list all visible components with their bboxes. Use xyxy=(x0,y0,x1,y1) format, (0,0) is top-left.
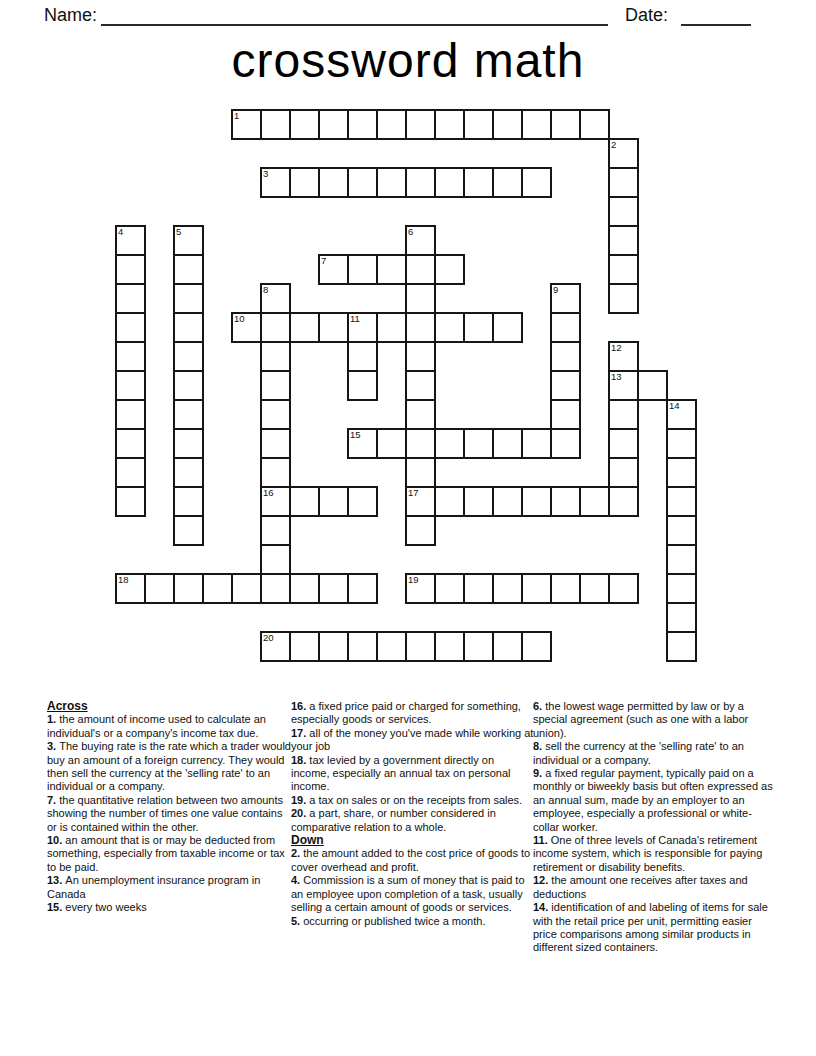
grid-cell-r16c1[interactable] xyxy=(144,573,175,604)
grid-cell-r9c5[interactable] xyxy=(260,370,291,401)
grid-cell-r0c14[interactable] xyxy=(521,109,552,140)
grid-cell-r5c17[interactable] xyxy=(608,254,639,285)
grid-cell-r12c19[interactable] xyxy=(666,457,697,488)
date-input-line xyxy=(681,24,751,26)
grid-cell-r16c14[interactable] xyxy=(521,573,552,604)
grid-cell-r3c17[interactable] xyxy=(608,196,639,227)
grid-cell-r9c2[interactable] xyxy=(173,370,204,401)
grid-cell-r7c15[interactable] xyxy=(550,312,581,343)
grid-cell-r4c17[interactable] xyxy=(608,225,639,256)
grid-cell-r10c5[interactable] xyxy=(260,399,291,430)
across-clue-1: 1. the amount of income used to calculat… xyxy=(47,713,291,740)
grid-cell-r16c4[interactable] xyxy=(231,573,262,604)
grid-cell-r13c13[interactable] xyxy=(492,486,523,517)
grid-cell-r13c14[interactable] xyxy=(521,486,552,517)
down-clue-6: 6. the lowest wage permitted by law or b… xyxy=(533,700,777,740)
grid-cell-r9c0[interactable] xyxy=(115,370,146,401)
grid-cell-r0c13[interactable] xyxy=(492,109,523,140)
grid-cell-r2c7[interactable] xyxy=(318,167,349,198)
grid-cell-r11c11[interactable] xyxy=(434,428,465,459)
grid-cell-r7c12[interactable] xyxy=(463,312,494,343)
grid-cell-r14c19[interactable] xyxy=(666,515,697,546)
grid-cell-r9c17[interactable] xyxy=(608,370,639,401)
grid-cell-r16c16[interactable] xyxy=(579,573,610,604)
grid-cell-r16c0[interactable] xyxy=(115,573,146,604)
grid-cell-r18c12[interactable] xyxy=(463,631,494,662)
across-clue-16: 16. a fixed price paid or charged for so… xyxy=(291,700,535,727)
grid-cell-r13c7[interactable] xyxy=(318,486,349,517)
grid-cell-r0c8[interactable] xyxy=(347,109,378,140)
down-clue-5: 5. occurring or published twice a month. xyxy=(291,915,535,928)
grid-cell-r10c10[interactable] xyxy=(405,399,436,430)
grid-cell-r11c0[interactable] xyxy=(115,428,146,459)
down-clue-4: 4. Commission is a sum of money that is … xyxy=(291,874,535,914)
grid-cell-r4c2[interactable] xyxy=(173,225,204,256)
grid-cell-r8c0[interactable] xyxy=(115,341,146,372)
grid-cell-r7c9[interactable] xyxy=(376,312,407,343)
grid-cell-r13c8[interactable] xyxy=(347,486,378,517)
across-clue-10: 10. an amount that is or may be deducted… xyxy=(47,834,291,874)
grid-cell-r11c9[interactable] xyxy=(376,428,407,459)
grid-cell-r7c13[interactable] xyxy=(492,312,523,343)
down-clue-9: 9. a fixed regular payment, typically pa… xyxy=(533,767,777,834)
grid-cell-r5c0[interactable] xyxy=(115,254,146,285)
grid-cell-r13c6[interactable] xyxy=(289,486,320,517)
grid-cell-r2c5[interactable] xyxy=(260,167,291,198)
grid-cell-r4c0[interactable] xyxy=(115,225,146,256)
grid-cell-r18c10[interactable] xyxy=(405,631,436,662)
grid-cell-r16c5[interactable] xyxy=(260,573,291,604)
name-input-line xyxy=(101,24,608,26)
grid-cell-r5c11[interactable] xyxy=(434,254,465,285)
grid-cell-r15c19[interactable] xyxy=(666,544,697,575)
grid-cell-r16c17[interactable] xyxy=(608,573,639,604)
grid-cell-r10c2[interactable] xyxy=(173,399,204,430)
across-clue-17: 17. all of the money you've made while w… xyxy=(291,727,535,754)
grid-cell-r14c2[interactable] xyxy=(173,515,204,546)
grid-cell-r7c8[interactable] xyxy=(347,312,378,343)
grid-cell-r5c2[interactable] xyxy=(173,254,204,285)
grid-cell-r9c18[interactable] xyxy=(637,370,668,401)
grid-cell-r16c3[interactable] xyxy=(202,573,233,604)
grid-cell-r8c5[interactable] xyxy=(260,341,291,372)
grid-cell-r12c17[interactable] xyxy=(608,457,639,488)
grid-cell-r0c4[interactable] xyxy=(231,109,262,140)
grid-cell-r16c10[interactable] xyxy=(405,573,436,604)
grid-cell-r6c5[interactable] xyxy=(260,283,291,314)
grid-cell-r7c10[interactable] xyxy=(405,312,436,343)
grid-cell-r16c19[interactable] xyxy=(666,573,697,604)
grid-cell-r12c0[interactable] xyxy=(115,457,146,488)
grid-cell-r7c6[interactable] xyxy=(289,312,320,343)
grid-cell-r8c15[interactable] xyxy=(550,341,581,372)
grid-cell-r7c2[interactable] xyxy=(173,312,204,343)
grid-cell-r0c15[interactable] xyxy=(550,109,581,140)
grid-cell-r2c11[interactable] xyxy=(434,167,465,198)
clue-column-3: 6. the lowest wage permitted by law or b… xyxy=(533,700,777,955)
across-heading: Across xyxy=(47,700,291,713)
grid-cell-r6c0[interactable] xyxy=(115,283,146,314)
grid-cell-r18c11[interactable] xyxy=(434,631,465,662)
grid-cell-r0c11[interactable] xyxy=(434,109,465,140)
grid-cell-r5c9[interactable] xyxy=(376,254,407,285)
grid-cell-r17c19[interactable] xyxy=(666,602,697,633)
grid-cell-r18c7[interactable] xyxy=(318,631,349,662)
grid-cell-r18c9[interactable] xyxy=(376,631,407,662)
down-clue-12: 12. the amount one receives after taxes … xyxy=(533,874,777,901)
grid-cell-r11c8[interactable] xyxy=(347,428,378,459)
name-label: Name: xyxy=(44,5,97,26)
grid-cell-r11c19[interactable] xyxy=(666,428,697,459)
grid-cell-r8c2[interactable] xyxy=(173,341,204,372)
grid-cell-r2c14[interactable] xyxy=(521,167,552,198)
grid-cell-r0c16[interactable] xyxy=(579,109,610,140)
grid-cell-r13c19[interactable] xyxy=(666,486,697,517)
grid-cell-r6c17[interactable] xyxy=(608,283,639,314)
grid-cell-r0c6[interactable] xyxy=(289,109,320,140)
grid-cell-r11c5[interactable] xyxy=(260,428,291,459)
grid-cell-r14c5[interactable] xyxy=(260,515,291,546)
across-clue-20: 20. a part, share, or number considered … xyxy=(291,807,535,834)
grid-cell-r18c14[interactable] xyxy=(521,631,552,662)
grid-cell-r7c7[interactable] xyxy=(318,312,349,343)
grid-cell-r12c5[interactable] xyxy=(260,457,291,488)
grid-cell-r13c0[interactable] xyxy=(115,486,146,517)
grid-cell-r2c13[interactable] xyxy=(492,167,523,198)
grid-cell-r7c5[interactable] xyxy=(260,312,291,343)
date-label: Date: xyxy=(625,5,668,26)
grid-cell-r18c5[interactable] xyxy=(260,631,291,662)
grid-cell-r0c5[interactable] xyxy=(260,109,291,140)
grid-cell-r11c2[interactable] xyxy=(173,428,204,459)
grid-cell-r13c15[interactable] xyxy=(550,486,581,517)
grid-cell-r2c17[interactable] xyxy=(608,167,639,198)
grid-cell-r18c8[interactable] xyxy=(347,631,378,662)
grid-cell-r1c17[interactable] xyxy=(608,138,639,169)
down-clue-2: 2. the amount added to the cost price of… xyxy=(291,847,535,874)
clue-column-2: 16. a fixed price paid or charged for so… xyxy=(291,700,535,928)
grid-cell-r2c10[interactable] xyxy=(405,167,436,198)
down-clue-14: 14. identification of and labeling of it… xyxy=(533,901,777,955)
grid-cell-r13c10[interactable] xyxy=(405,486,436,517)
grid-cell-r5c7[interactable] xyxy=(318,254,349,285)
grid-cell-r7c11[interactable] xyxy=(434,312,465,343)
grid-cell-r0c12[interactable] xyxy=(463,109,494,140)
grid-cell-r9c8[interactable] xyxy=(347,370,378,401)
across-clue-3: 3. The buying rate is the rate which a t… xyxy=(47,740,291,794)
grid-cell-r0c7[interactable] xyxy=(318,109,349,140)
down-clue-11: 11. One of three levels of Canada's reti… xyxy=(533,834,777,874)
grid-cell-r8c8[interactable] xyxy=(347,341,378,372)
grid-cell-r2c6[interactable] xyxy=(289,167,320,198)
crossword-grid: 1234567891011121314151617181920 xyxy=(116,110,696,661)
grid-cell-r11c13[interactable] xyxy=(492,428,523,459)
grid-cell-r10c19[interactable] xyxy=(666,399,697,430)
down-heading: Down xyxy=(291,834,535,847)
grid-cell-r2c9[interactable] xyxy=(376,167,407,198)
grid-cell-r16c7[interactable] xyxy=(318,573,349,604)
grid-cell-r5c10[interactable] xyxy=(405,254,436,285)
grid-cell-r16c13[interactable] xyxy=(492,573,523,604)
grid-cell-r11c10[interactable] xyxy=(405,428,436,459)
grid-cell-r18c13[interactable] xyxy=(492,631,523,662)
across-clue-7: 7. the quantitative relation between two… xyxy=(47,794,291,834)
across-clue-18: 18. tax levied by a government directly … xyxy=(291,754,535,794)
grid-cell-r10c15[interactable] xyxy=(550,399,581,430)
grid-cell-r12c2[interactable] xyxy=(173,457,204,488)
grid-cell-r13c16[interactable] xyxy=(579,486,610,517)
grid-cell-r13c17[interactable] xyxy=(608,486,639,517)
across-clue-19: 19. a tax on sales or on the receipts fr… xyxy=(291,794,535,807)
clue-column-1: Across1. the amount of income used to ca… xyxy=(47,700,291,915)
grid-cell-r16c6[interactable] xyxy=(289,573,320,604)
grid-cell-r11c17[interactable] xyxy=(608,428,639,459)
grid-cell-r15c5[interactable] xyxy=(260,544,291,575)
grid-cell-r16c11[interactable] xyxy=(434,573,465,604)
grid-cell-r4c10[interactable] xyxy=(405,225,436,256)
grid-cell-r6c2[interactable] xyxy=(173,283,204,314)
grid-cell-r12c10[interactable] xyxy=(405,457,436,488)
grid-cell-r9c15[interactable] xyxy=(550,370,581,401)
worksheet-page: Name: Date: crossword math 1234567891011… xyxy=(0,0,816,1056)
grid-cell-r7c4[interactable] xyxy=(231,312,262,343)
grid-cell-r2c12[interactable] xyxy=(463,167,494,198)
grid-cell-r5c8[interactable] xyxy=(347,254,378,285)
grid-cell-r13c2[interactable] xyxy=(173,486,204,517)
grid-cell-r8c10[interactable] xyxy=(405,341,436,372)
grid-cell-r0c10[interactable] xyxy=(405,109,436,140)
grid-cell-r9c10[interactable] xyxy=(405,370,436,401)
across-clue-15: 15. every two weeks xyxy=(47,901,291,914)
grid-cell-r16c12[interactable] xyxy=(463,573,494,604)
grid-cell-r0c9[interactable] xyxy=(376,109,407,140)
page-title: crossword math xyxy=(0,33,816,88)
grid-cell-r7c0[interactable] xyxy=(115,312,146,343)
grid-cell-r11c15[interactable] xyxy=(550,428,581,459)
grid-cell-r13c12[interactable] xyxy=(463,486,494,517)
grid-cell-r10c17[interactable] xyxy=(608,399,639,430)
grid-cell-r13c5[interactable] xyxy=(260,486,291,517)
down-clue-8: 8. sell the currency at the 'selling rat… xyxy=(533,740,777,767)
grid-cell-r18c6[interactable] xyxy=(289,631,320,662)
grid-cell-r2c8[interactable] xyxy=(347,167,378,198)
grid-cell-r11c14[interactable] xyxy=(521,428,552,459)
grid-cell-r8c17[interactable] xyxy=(608,341,639,372)
grid-cell-r6c15[interactable] xyxy=(550,283,581,314)
grid-cell-r16c2[interactable] xyxy=(173,573,204,604)
grid-cell-r10c0[interactable] xyxy=(115,399,146,430)
grid-cell-r13c11[interactable] xyxy=(434,486,465,517)
grid-cell-r6c10[interactable] xyxy=(405,283,436,314)
grid-cell-r18c19[interactable] xyxy=(666,631,697,662)
grid-cell-r11c12[interactable] xyxy=(463,428,494,459)
grid-cell-r14c10[interactable] xyxy=(405,515,436,546)
grid-cell-r16c15[interactable] xyxy=(550,573,581,604)
across-clue-13: 13. An unemployment insurance program in… xyxy=(47,874,291,901)
grid-cell-r16c8[interactable] xyxy=(347,573,378,604)
